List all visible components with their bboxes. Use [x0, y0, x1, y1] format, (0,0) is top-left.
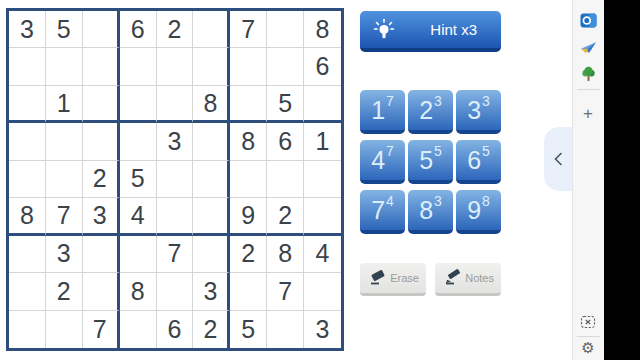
- cell-r8c4[interactable]: 8: [120, 273, 157, 310]
- cell-r2c6[interactable]: [193, 48, 230, 85]
- cell-r5c3[interactable]: 2: [83, 161, 120, 198]
- cell-r4c6[interactable]: [193, 123, 230, 160]
- cell-r9c9[interactable]: 3: [304, 311, 341, 348]
- numpad-remaining-count: 8: [482, 193, 490, 209]
- cell-r5c4[interactable]: 5: [120, 161, 157, 198]
- cell-r4c3[interactable]: [83, 123, 120, 160]
- notes-button[interactable]: Notes: [435, 263, 501, 296]
- cell-r7c3[interactable]: [83, 236, 120, 273]
- cell-r1c3[interactable]: [83, 11, 120, 48]
- cell-r7c9[interactable]: 4: [304, 236, 341, 273]
- numpad-remaining-count: 4: [386, 193, 394, 209]
- cell-r1c7[interactable]: 7: [230, 11, 267, 48]
- pencil-icon: [443, 269, 465, 287]
- cell-r2c7[interactable]: [230, 48, 267, 85]
- cell-r8c6[interactable]: 3: [193, 273, 230, 310]
- cell-r9c7[interactable]: 5: [230, 311, 267, 348]
- cell-r9c3[interactable]: 7: [83, 311, 120, 348]
- numpad-digit: 3: [467, 98, 481, 123]
- cell-r4c2[interactable]: [46, 123, 83, 160]
- numpad-digit: 9: [467, 198, 481, 223]
- cell-r1c2[interactable]: 5: [46, 11, 83, 48]
- cell-r5c8[interactable]: [267, 161, 304, 198]
- cell-r1c1[interactable]: 3: [9, 11, 46, 48]
- numpad-remaining-count: 3: [434, 93, 442, 109]
- cell-r3c6[interactable]: 8: [193, 86, 230, 123]
- cell-r1c8[interactable]: [267, 11, 304, 48]
- cell-r6c2[interactable]: 7: [46, 198, 83, 235]
- cell-r9c4[interactable]: [120, 311, 157, 348]
- numpad-remaining-count: 7: [386, 93, 394, 109]
- cell-r7c1[interactable]: [9, 236, 46, 273]
- cell-r6c7[interactable]: 9: [230, 198, 267, 235]
- cell-r4c8[interactable]: 6: [267, 123, 304, 160]
- cell-r9c2[interactable]: [46, 311, 83, 348]
- cell-r2c9[interactable]: 6: [304, 48, 341, 85]
- cell-r2c5[interactable]: [157, 48, 194, 85]
- cell-r6c5[interactable]: [157, 198, 194, 235]
- cell-r6c9[interactable]: [304, 198, 341, 235]
- numpad-digit: 6: [467, 148, 481, 173]
- cell-r5c9[interactable]: [304, 161, 341, 198]
- cell-r1c6[interactable]: [193, 11, 230, 48]
- sidebar-collapse-tab[interactable]: [544, 127, 572, 191]
- numpad-remaining-count: 3: [434, 193, 442, 209]
- numpad-key-5[interactable]: 55: [408, 140, 453, 184]
- erase-button[interactable]: Erase: [360, 263, 426, 296]
- cell-r7c2[interactable]: 3: [46, 236, 83, 273]
- cell-r2c1[interactable]: [9, 48, 46, 85]
- cell-r8c2[interactable]: 2: [46, 273, 83, 310]
- cell-r6c1[interactable]: 8: [9, 198, 46, 235]
- cell-r4c7[interactable]: 8: [230, 123, 267, 160]
- cell-r6c3[interactable]: 3: [83, 198, 120, 235]
- numpad-key-2[interactable]: 23: [408, 90, 453, 134]
- cell-r9c5[interactable]: 6: [157, 311, 194, 348]
- numpad-remaining-count: 7: [386, 143, 394, 159]
- sudoku-board[interactable]: 356278618538612587349237284283776253: [6, 8, 344, 351]
- lightbulb-icon: [372, 18, 396, 42]
- cell-r1c4[interactable]: 6: [120, 11, 157, 48]
- numpad-key-7[interactable]: 74: [360, 190, 405, 234]
- cell-r8c1[interactable]: [9, 273, 46, 310]
- cell-r2c8[interactable]: [267, 48, 304, 85]
- cell-r8c9[interactable]: [304, 273, 341, 310]
- numpad-digit: 7: [371, 198, 385, 223]
- cell-r6c8[interactable]: 2: [267, 198, 304, 235]
- numpad-key-1[interactable]: 17: [360, 90, 405, 134]
- cell-r2c2[interactable]: [46, 48, 83, 85]
- cell-r5c1[interactable]: [9, 161, 46, 198]
- numpad-digit: 4: [371, 148, 385, 173]
- cell-r8c5[interactable]: [157, 273, 194, 310]
- numpad-remaining-count: 3: [482, 93, 490, 109]
- sidebar-divider: [577, 336, 600, 337]
- cell-r2c3[interactable]: [83, 48, 120, 85]
- cell-r4c4[interactable]: [120, 123, 157, 160]
- cell-r3c9[interactable]: [304, 86, 341, 123]
- cell-r8c8[interactable]: 7: [267, 273, 304, 310]
- cell-r1c9[interactable]: 8: [304, 11, 341, 48]
- cell-r4c1[interactable]: [9, 123, 46, 160]
- cell-r3c3[interactable]: [83, 86, 120, 123]
- numpad-key-3[interactable]: 33: [456, 90, 501, 134]
- outlook-icon[interactable]: [572, 12, 604, 29]
- number-pad: 172333475565748398: [360, 90, 501, 234]
- cell-r9c6[interactable]: 2: [193, 311, 230, 348]
- control-panel: Hint x3 172333475565748398 Erase Notes: [360, 11, 501, 296]
- cell-r3c1[interactable]: [9, 86, 46, 123]
- cell-r7c6[interactable]: [193, 236, 230, 273]
- cell-r3c2[interactable]: 1: [46, 86, 83, 123]
- cell-r5c2[interactable]: [46, 161, 83, 198]
- tool-buttons: Erase Notes: [360, 263, 501, 296]
- cell-r2c4[interactable]: [120, 48, 157, 85]
- numpad-key-6[interactable]: 65: [456, 140, 501, 184]
- tree-icon[interactable]: [572, 65, 604, 82]
- cell-r9c1[interactable]: [9, 311, 46, 348]
- cell-r1c5[interactable]: 2: [157, 11, 194, 48]
- cell-r3c4[interactable]: [120, 86, 157, 123]
- cell-r8c3[interactable]: [83, 273, 120, 310]
- cell-r7c7[interactable]: 2: [230, 236, 267, 273]
- hint-button[interactable]: Hint x3: [360, 11, 501, 52]
- screen-black-area: [604, 0, 640, 360]
- cell-r8c7[interactable]: [230, 273, 267, 310]
- dashed-square-x-icon[interactable]: [572, 314, 604, 330]
- hint-label: Hint x3: [430, 21, 477, 38]
- collapse-chevron-icon: [553, 152, 563, 166]
- cell-r4c9[interactable]: 1: [304, 123, 341, 160]
- notes-label: Notes: [465, 272, 494, 284]
- cell-r7c8[interactable]: 8: [267, 236, 304, 273]
- add-icon[interactable]: +: [572, 105, 604, 122]
- sidebar-divider: [577, 89, 600, 90]
- cell-r4c5[interactable]: 3: [157, 123, 194, 160]
- numpad-remaining-count: 5: [482, 143, 490, 159]
- eraser-icon: [368, 269, 390, 287]
- erase-label: Erase: [390, 272, 419, 284]
- numpad-digit: 5: [419, 148, 433, 173]
- drop-paper-plane-icon[interactable]: [572, 39, 604, 56]
- numpad-digit: 1: [371, 98, 385, 123]
- numpad-key-9[interactable]: 98: [456, 190, 501, 234]
- cell-r3c5[interactable]: [157, 86, 194, 123]
- cell-r3c7[interactable]: [230, 86, 267, 123]
- cell-r6c4[interactable]: 4: [120, 198, 157, 235]
- cell-r3c8[interactable]: 5: [267, 86, 304, 123]
- numpad-key-4[interactable]: 47: [360, 140, 405, 184]
- cell-r7c4[interactable]: [120, 236, 157, 273]
- numpad-digit: 2: [419, 98, 433, 123]
- numpad-key-8[interactable]: 83: [408, 190, 453, 234]
- cell-r5c7[interactable]: [230, 161, 267, 198]
- numpad-digit: 8: [419, 198, 433, 223]
- settings-gear-icon[interactable]: ⚙: [572, 341, 604, 356]
- cell-r5c5[interactable]: [157, 161, 194, 198]
- cell-r6c6[interactable]: [193, 198, 230, 235]
- cell-r5c6[interactable]: [193, 161, 230, 198]
- numpad-remaining-count: 5: [434, 143, 442, 159]
- cell-r9c8[interactable]: [267, 311, 304, 348]
- cell-r7c5[interactable]: 7: [157, 236, 194, 273]
